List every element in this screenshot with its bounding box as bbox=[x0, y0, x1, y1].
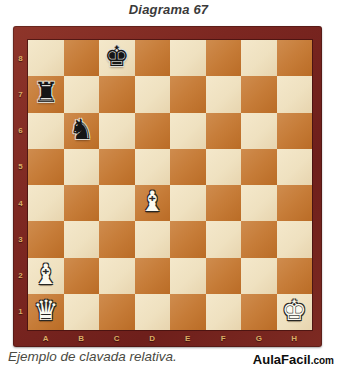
site-brand: AulaFacil.com bbox=[253, 350, 334, 368]
rank-label-7: 7 bbox=[13, 76, 28, 112]
piece-black-king: ♚ bbox=[104, 43, 129, 71]
square-f4 bbox=[206, 185, 242, 221]
square-d5 bbox=[135, 149, 171, 185]
square-a3 bbox=[28, 221, 64, 257]
square-c7 bbox=[99, 76, 135, 112]
square-g7 bbox=[241, 76, 277, 112]
rank-label-1: 1 bbox=[13, 294, 28, 330]
brand-name: AulaFacil bbox=[253, 352, 311, 367]
piece-white-bishop: ♝ bbox=[33, 261, 58, 289]
rank-label-8: 8 bbox=[13, 40, 28, 76]
square-b8 bbox=[64, 40, 100, 76]
diagram-title: Diagrama 67 bbox=[0, 2, 337, 17]
square-b4 bbox=[64, 185, 100, 221]
square-f6 bbox=[206, 113, 242, 149]
square-h7 bbox=[277, 76, 313, 112]
square-b2 bbox=[64, 258, 100, 294]
square-d1 bbox=[135, 294, 171, 330]
square-h6 bbox=[277, 113, 313, 149]
square-d7 bbox=[135, 76, 171, 112]
square-b6: ♞ bbox=[64, 113, 100, 149]
piece-black-knight: ♞ bbox=[69, 116, 94, 144]
square-e3 bbox=[170, 221, 206, 257]
rank-labels: 87654321 bbox=[13, 40, 28, 330]
square-c8: ♚ bbox=[99, 40, 135, 76]
square-f1 bbox=[206, 294, 242, 330]
square-e2 bbox=[170, 258, 206, 294]
file-label-e: E bbox=[170, 330, 206, 347]
chess-board: ♚♜♞♝♝♛♚ bbox=[28, 40, 312, 330]
file-label-c: C bbox=[99, 330, 135, 347]
square-d3 bbox=[135, 221, 171, 257]
square-g1 bbox=[241, 294, 277, 330]
file-label-g: G bbox=[241, 330, 277, 347]
file-label-h: H bbox=[277, 330, 313, 347]
square-a2: ♝ bbox=[28, 258, 64, 294]
square-g4 bbox=[241, 185, 277, 221]
square-d8 bbox=[135, 40, 171, 76]
square-e5 bbox=[170, 149, 206, 185]
piece-white-king: ♚ bbox=[282, 297, 307, 325]
rank-label-2: 2 bbox=[13, 258, 28, 294]
square-a1: ♛ bbox=[28, 294, 64, 330]
square-g8 bbox=[241, 40, 277, 76]
file-label-a: A bbox=[28, 330, 64, 347]
square-c6 bbox=[99, 113, 135, 149]
square-a6 bbox=[28, 113, 64, 149]
file-label-d: D bbox=[135, 330, 171, 347]
square-f2 bbox=[206, 258, 242, 294]
square-d2 bbox=[135, 258, 171, 294]
square-e7 bbox=[170, 76, 206, 112]
square-h8 bbox=[277, 40, 313, 76]
square-g6 bbox=[241, 113, 277, 149]
square-h1: ♚ bbox=[277, 294, 313, 330]
square-b5 bbox=[64, 149, 100, 185]
brand-tld: .com bbox=[311, 355, 334, 366]
page: Diagrama 67 87654321 ♚♜♞♝♝♛♚ ABCDEFGH Ej… bbox=[0, 0, 337, 368]
square-b3 bbox=[64, 221, 100, 257]
square-b7 bbox=[64, 76, 100, 112]
square-g5 bbox=[241, 149, 277, 185]
square-h3 bbox=[277, 221, 313, 257]
diagram-caption: Ejemplo de clavada relativa. bbox=[8, 349, 177, 364]
square-e4 bbox=[170, 185, 206, 221]
square-a8 bbox=[28, 40, 64, 76]
square-g2 bbox=[241, 258, 277, 294]
square-h4 bbox=[277, 185, 313, 221]
square-g3 bbox=[241, 221, 277, 257]
piece-white-bishop: ♝ bbox=[140, 188, 165, 216]
square-f8 bbox=[206, 40, 242, 76]
file-labels: ABCDEFGH bbox=[28, 330, 312, 347]
square-c1 bbox=[99, 294, 135, 330]
rank-label-3: 3 bbox=[13, 221, 28, 257]
piece-white-queen: ♛ bbox=[33, 297, 58, 325]
chess-board-frame: 87654321 ♚♜♞♝♝♛♚ ABCDEFGH bbox=[13, 26, 322, 347]
piece-black-rook: ♜ bbox=[33, 79, 58, 107]
square-b1 bbox=[64, 294, 100, 330]
square-a5 bbox=[28, 149, 64, 185]
square-c3 bbox=[99, 221, 135, 257]
square-e6 bbox=[170, 113, 206, 149]
square-a7: ♜ bbox=[28, 76, 64, 112]
rank-label-6: 6 bbox=[13, 113, 28, 149]
square-c2 bbox=[99, 258, 135, 294]
square-c5 bbox=[99, 149, 135, 185]
file-label-b: B bbox=[64, 330, 100, 347]
square-f7 bbox=[206, 76, 242, 112]
square-d6 bbox=[135, 113, 171, 149]
square-f5 bbox=[206, 149, 242, 185]
square-f3 bbox=[206, 221, 242, 257]
square-h5 bbox=[277, 149, 313, 185]
rank-label-4: 4 bbox=[13, 185, 28, 221]
square-c4 bbox=[99, 185, 135, 221]
square-e8 bbox=[170, 40, 206, 76]
square-e1 bbox=[170, 294, 206, 330]
file-label-f: F bbox=[206, 330, 242, 347]
rank-label-5: 5 bbox=[13, 149, 28, 185]
square-h2 bbox=[277, 258, 313, 294]
square-d4: ♝ bbox=[135, 185, 171, 221]
square-a4 bbox=[28, 185, 64, 221]
